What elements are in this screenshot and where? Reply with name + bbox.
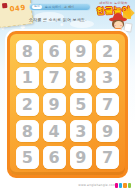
grid-cell-r2c4: 3 [96,67,119,90]
grid-cell-r5c4: 7 [96,146,119,169]
card-icon [123,22,132,32]
number-board: 86921783295784395697 [7,31,128,178]
lesson-topic: 숫자 익히기 [45,5,61,9]
publisher-logo [115,183,131,188]
hat-icon [113,13,123,19]
source-url: www.anglehangle.com [78,183,116,187]
grid-cell-r3c4: 7 [96,93,119,116]
grid-cell-r3c3: 5 [70,93,93,116]
mascot-girl [106,12,132,32]
lesson-info-bar: 놀이 숫자 익히기 수 세기 [29,3,91,11]
grid-cell-r5c2: 6 [43,146,66,169]
grid-cell-r2c2: 7 [43,67,66,90]
cheek [114,25,116,26]
grid-cell-r3c2: 9 [43,93,66,116]
lesson-category-badge: 놀이 [32,5,42,10]
stamp-icon [2,3,8,9]
grid-cell-r4c2: 4 [43,120,66,143]
instruction-text: 숫자를 큰 소리로 읽어 보세요. [29,17,87,22]
snowflake-icon: ✽ [60,23,63,27]
grid-cell-r2c3: 8 [70,67,93,90]
grid-cell-r5c3: 9 [70,146,93,169]
grid-cell-r1c4: 2 [96,40,119,63]
number-grid: 86921783295784395697 [10,34,125,175]
grid-cell-r4c4: 9 [96,120,119,143]
worksheet-page: ✽ ✽ ✽ 049 놀이 숫자 익히기 수 세기 숫자를 큰 소리로 읽어 보세… [0,0,135,191]
grid-cell-r2c1: 1 [16,67,39,90]
grid-cell-r4c3: 3 [70,120,93,143]
grid-cell-r3c1: 2 [16,93,39,116]
grid-cell-r5c1: 5 [16,146,39,169]
grid-cell-r1c3: 9 [70,40,93,63]
grid-cell-r1c2: 6 [43,40,66,63]
page-number: 049 [9,4,26,14]
lesson-subtopic: 수 세기 [64,5,74,9]
grid-cell-r1c1: 8 [16,40,39,63]
grid-cell-r4c1: 8 [16,120,39,143]
cheek [120,25,122,26]
